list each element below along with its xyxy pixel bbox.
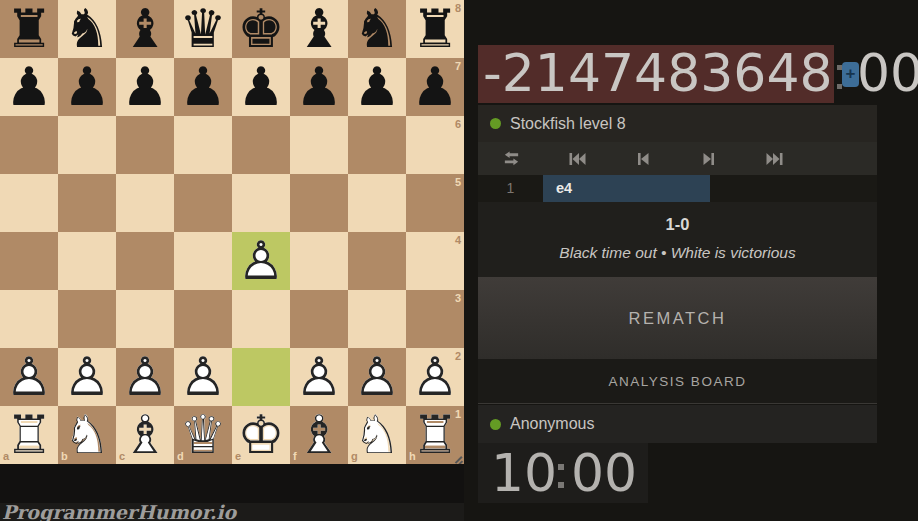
file-label-b: b [61,451,68,462]
square-g8[interactable]: ♞ [348,0,406,58]
result-score: 1-0 [478,215,877,234]
clock-colon [558,464,563,488]
square-e5[interactable] [232,174,290,232]
square-b3[interactable] [58,290,116,348]
opponent-clock-time-flagged: -2147483648 [478,45,834,103]
square-c2[interactable]: ♟♙ [116,348,174,406]
square-a6[interactable] [0,116,58,174]
black-pawn[interactable]: ♟ [0,58,58,116]
white-bishop[interactable]: ♝♗ [290,406,348,464]
square-d6[interactable] [174,116,232,174]
square-b7[interactable]: ♟ [58,58,116,116]
watermark-text: ProgrammerHumor.io [2,501,236,521]
square-f4[interactable] [290,232,348,290]
square-d8[interactable]: ♛ [174,0,232,58]
rank-label-6: 6 [455,119,461,130]
move-number: 1 [478,175,543,202]
square-b4[interactable] [58,232,116,290]
file-label-a: a [3,451,9,462]
square-d4[interactable] [174,232,232,290]
square-g4[interactable] [348,232,406,290]
board-resize-handle[interactable] [452,452,463,463]
file-label-e: e [235,451,241,462]
black-pawn[interactable]: ♟ [58,58,116,116]
black-pawn[interactable]: ♟ [174,58,232,116]
black-knight[interactable]: ♞ [58,0,116,58]
square-b8[interactable]: ♞ [58,0,116,58]
black-queen[interactable]: ♛ [174,0,232,58]
move-list: 1 e4 [478,175,877,202]
player-clock-minutes: 10 [491,444,557,502]
white-pawn[interactable]: ♟♙ [116,348,174,406]
square-a7[interactable]: ♟ [0,58,58,116]
player-row: Anonymous [478,405,877,443]
rank-label-8: 8 [455,3,461,14]
square-a5[interactable] [0,174,58,232]
square-c1[interactable]: ♝♗c [116,406,174,464]
square-h7[interactable]: ♟7 [406,58,464,116]
first-move-icon [567,149,587,169]
square-e8[interactable]: ♚ [232,0,290,58]
rank-label-3: 3 [455,293,461,304]
game-side-panel: -2147483648 + 00 Stockfish level 8 [464,0,918,521]
square-c5[interactable] [116,174,174,232]
analysis-section: ANALYSIS BOARD [478,359,877,404]
square-a8[interactable]: ♜ [0,0,58,58]
square-g1[interactable]: ♞♘g [348,406,406,464]
square-h6[interactable]: 6 [406,116,464,174]
black-bishop[interactable]: ♝ [116,0,174,58]
square-h2[interactable]: ♟♙2 [406,348,464,406]
square-b6[interactable] [58,116,116,174]
black-rook[interactable]: ♜ [0,0,58,58]
square-c3[interactable] [116,290,174,348]
online-dot [490,118,501,129]
black-pawn[interactable]: ♟ [116,58,174,116]
white-pawn[interactable]: ♟♙ [290,348,348,406]
result-block: 1-0 Black time out • White is victorious [478,202,877,277]
square-g3[interactable] [348,290,406,348]
square-g7[interactable]: ♟ [348,58,406,116]
chess-board: ♜♞♝♛♚♝♞♜8♟♟♟♟♟♟♟♟765♟♙43♟♙♟♙♟♙♟♙♟♙♟♙♟♙2♜… [0,0,464,464]
square-g5[interactable] [348,174,406,232]
opponent-clock-seconds: 00 [857,45,918,102]
square-g2[interactable]: ♟♙ [348,348,406,406]
white-pawn[interactable]: ♟♙ [174,348,232,406]
first-move-button[interactable] [544,142,610,175]
square-f1[interactable]: ♝♗f [290,406,348,464]
square-e1[interactable]: ♚♔e [232,406,290,464]
file-label-f: f [293,451,297,462]
game-page: ♜♞♝♛♚♝♞♜8♟♟♟♟♟♟♟♟765♟♙43♟♙♟♙♟♙♟♙♟♙♟♙♟♙2♜… [0,0,918,521]
rank-label-2: 2 [455,351,461,362]
square-h8[interactable]: ♜8 [406,0,464,58]
square-b5[interactable] [58,174,116,232]
square-e7[interactable]: ♟ [232,58,290,116]
square-f2[interactable]: ♟♙ [290,348,348,406]
opponent-clock: -2147483648 + 00 [478,45,877,103]
previous-move-icon [633,149,653,169]
opponent-name[interactable]: Stockfish level 8 [510,115,626,133]
white-pawn[interactable]: ♟♙ [348,348,406,406]
square-d5[interactable] [174,174,232,232]
black-knight[interactable]: ♞ [348,0,406,58]
square-c8[interactable]: ♝ [116,0,174,58]
square-a2[interactable]: ♟♙ [0,348,58,406]
move-cell-active[interactable]: e4 [543,175,710,202]
square-a3[interactable] [0,290,58,348]
white-pawn[interactable]: ♟♙ [58,348,116,406]
player-clock-seconds: 00 [571,444,637,502]
online-dot [490,419,501,430]
analysis-board-button[interactable]: ANALYSIS BOARD [609,374,747,389]
result-description: Black time out • White is victorious [478,244,877,262]
square-c4[interactable] [116,232,174,290]
board-grid: ♜♞♝♛♚♝♞♜8♟♟♟♟♟♟♟♟765♟♙43♟♙♟♙♟♙♟♙♟♙♟♙♟♙2♜… [0,0,464,464]
square-f3[interactable] [290,290,348,348]
square-c7[interactable]: ♟ [116,58,174,116]
flip-board-icon [502,149,521,168]
rematch-button[interactable]: REMATCH [478,277,877,359]
last-move-icon [765,149,785,169]
black-pawn[interactable]: ♟ [290,58,348,116]
white-pawn[interactable]: ♟♙ [0,348,58,406]
square-f7[interactable]: ♟ [290,58,348,116]
square-h3[interactable]: 3 [406,290,464,348]
black-pawn[interactable]: ♟ [348,58,406,116]
square-e3[interactable] [232,290,290,348]
square-e4[interactable]: ♟♙ [232,232,290,290]
square-g6[interactable] [348,116,406,174]
square-f8[interactable]: ♝ [290,0,348,58]
square-c6[interactable] [116,116,174,174]
rank-label-5: 5 [455,177,461,188]
black-pawn[interactable]: ♟ [232,58,290,116]
white-pawn[interactable]: ♟♙ [232,232,290,290]
black-king[interactable]: ♚ [232,0,290,58]
square-d3[interactable] [174,290,232,348]
previous-move-button[interactable] [610,142,676,175]
next-move-icon [699,149,719,169]
square-b2[interactable]: ♟♙ [58,348,116,406]
file-label-g: g [351,451,358,462]
square-f5[interactable] [290,174,348,232]
square-f6[interactable] [290,116,348,174]
square-d1[interactable]: ♛♕d [174,406,232,464]
flip-board-button[interactable] [478,142,544,175]
square-e6[interactable] [232,116,290,174]
square-d2[interactable]: ♟♙ [174,348,232,406]
opponent-row: Stockfish level 8 [478,105,877,142]
rank-label-7: 7 [455,61,461,72]
square-b1[interactable]: ♞♘b [58,406,116,464]
file-label-h: h [409,451,416,462]
file-label-c: c [119,451,125,462]
square-a4[interactable] [0,232,58,290]
player-clock: 10 00 [478,443,648,503]
rank-label-1: 1 [455,409,461,420]
last-move-button[interactable] [742,142,808,175]
rank-label-4: 4 [455,235,461,246]
square-e2[interactable] [232,348,290,406]
player-name[interactable]: Anonymous [510,415,595,433]
black-bishop[interactable]: ♝ [290,0,348,58]
move-nav-bar [478,142,877,175]
square-h4[interactable]: 4 [406,232,464,290]
next-move-button[interactable] [676,142,742,175]
file-label-d: d [177,451,184,462]
square-a1[interactable]: ♜♖a [0,406,58,464]
square-d7[interactable]: ♟ [174,58,232,116]
square-h5[interactable]: 5 [406,174,464,232]
